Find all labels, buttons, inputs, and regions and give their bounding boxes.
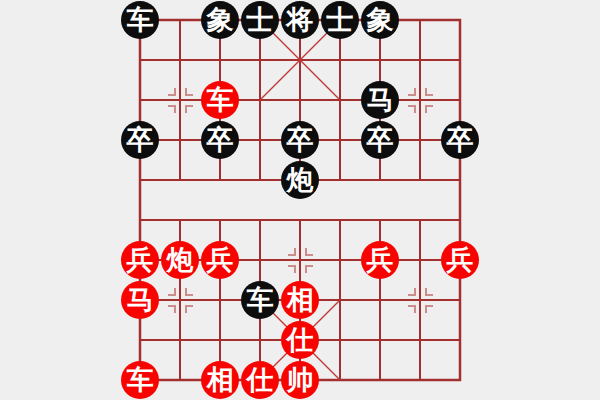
piece-red-soldier[interactable]: 兵 xyxy=(201,241,239,279)
piece-black-advisor[interactable]: 士 xyxy=(321,1,359,39)
piece-black-soldier[interactable]: 卒 xyxy=(361,121,399,159)
piece-red-soldier[interactable]: 兵 xyxy=(361,241,399,279)
piece-red-soldier[interactable]: 兵 xyxy=(441,241,479,279)
piece-black-horse[interactable]: 马 xyxy=(361,81,399,119)
piece-black-advisor[interactable]: 士 xyxy=(241,1,279,39)
point-marker xyxy=(400,80,440,120)
point-marker xyxy=(400,280,440,320)
piece-red-horse[interactable]: 马 xyxy=(121,281,159,319)
piece-black-elephant[interactable]: 象 xyxy=(361,1,399,39)
piece-black-soldier[interactable]: 卒 xyxy=(281,121,319,159)
piece-black-soldier[interactable]: 卒 xyxy=(201,121,239,159)
piece-black-chariot[interactable]: 车 xyxy=(241,281,279,319)
piece-black-general[interactable]: 将 xyxy=(281,1,319,39)
piece-red-elephant[interactable]: 相 xyxy=(201,361,239,399)
piece-black-soldier[interactable]: 卒 xyxy=(441,121,479,159)
piece-black-elephant[interactable]: 象 xyxy=(201,1,239,39)
point-marker xyxy=(280,240,320,280)
piece-red-general[interactable]: 帅 xyxy=(281,361,319,399)
board-grid: 车象士将士象车马卒卒卒卒卒炮兵炮兵兵兵马车相仕车相仕帅 xyxy=(120,0,480,400)
piece-red-cannon[interactable]: 炮 xyxy=(161,241,199,279)
piece-red-advisor[interactable]: 仕 xyxy=(281,321,319,359)
piece-black-cannon[interactable]: 炮 xyxy=(281,161,319,199)
piece-black-chariot[interactable]: 车 xyxy=(121,1,159,39)
piece-black-soldier[interactable]: 卒 xyxy=(121,121,159,159)
piece-red-elephant[interactable]: 相 xyxy=(281,281,319,319)
point-marker xyxy=(160,80,200,120)
piece-red-soldier[interactable]: 兵 xyxy=(121,241,159,279)
piece-red-chariot[interactable]: 车 xyxy=(121,361,159,399)
xiangqi-board-screen: 车象士将士象车马卒卒卒卒卒炮兵炮兵兵兵马车相仕车相仕帅 xyxy=(0,0,600,400)
piece-red-advisor[interactable]: 仕 xyxy=(241,361,279,399)
point-marker xyxy=(160,280,200,320)
piece-red-chariot[interactable]: 车 xyxy=(201,81,239,119)
